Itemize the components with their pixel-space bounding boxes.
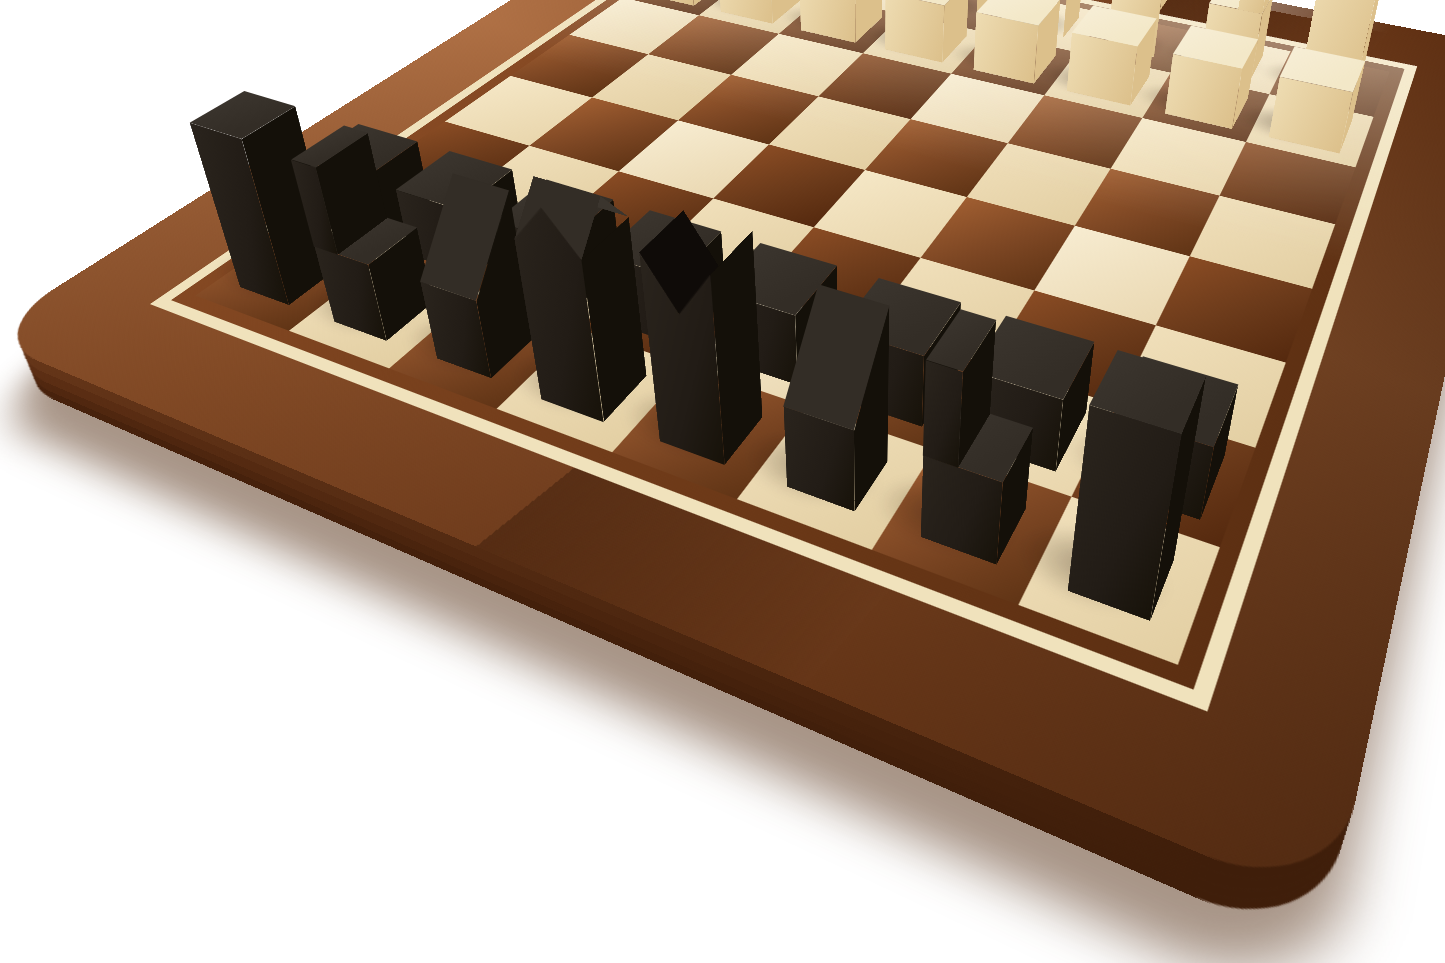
piece-face bbox=[923, 360, 963, 468]
photo-stage bbox=[0, 0, 1445, 963]
chess-board bbox=[0, 0, 1445, 910]
chess-scene bbox=[0, 0, 1445, 963]
